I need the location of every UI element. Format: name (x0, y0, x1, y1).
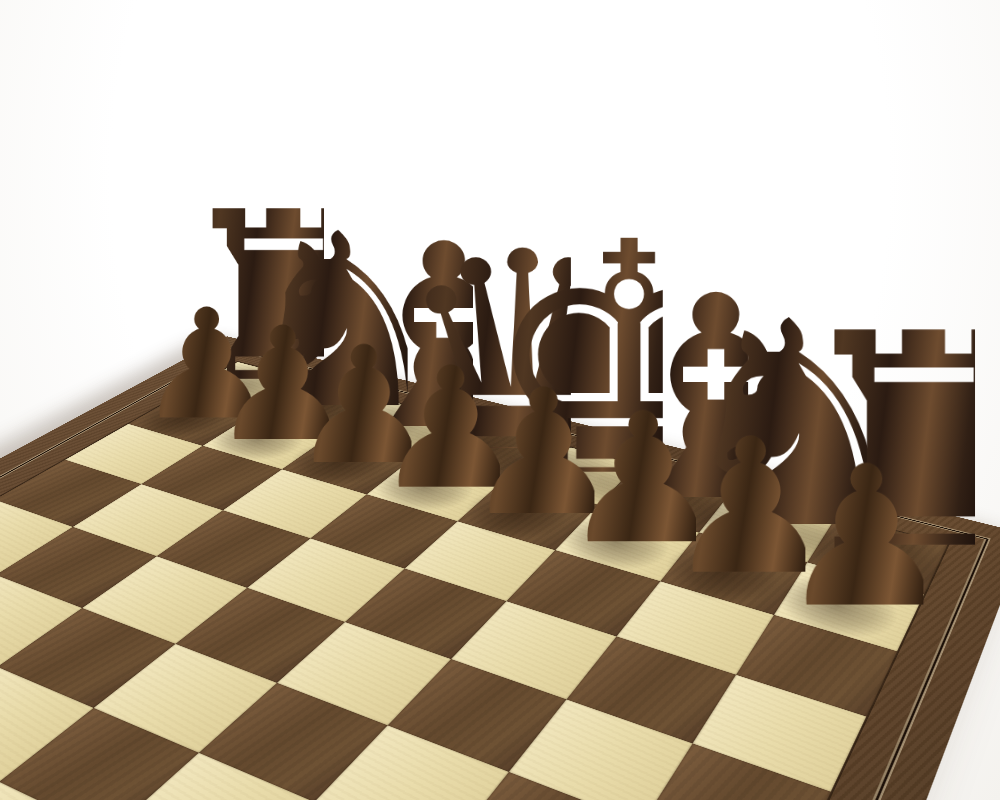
square-g5 (566, 636, 736, 743)
square-d1 (0, 782, 108, 800)
square-c3 (0, 608, 176, 708)
square-c2 (0, 667, 94, 782)
square-e3 (199, 683, 388, 800)
square-h5 (693, 675, 867, 792)
square-g3 (442, 772, 642, 800)
square-g4 (509, 699, 693, 800)
product-photo-stage: ♜♞♝♛♚♝♞♜♟♟♟♟♟♟♟♟ (0, 0, 1000, 800)
chess-board: ♜♞♝♛♚♝♞♜♟♟♟♟♟♟♟♟ (0, 336, 1000, 800)
square-h4 (642, 743, 831, 800)
square-f4 (388, 659, 567, 772)
square-f3 (314, 725, 508, 800)
square-e2 (108, 753, 314, 800)
square-d2 (0, 708, 199, 800)
square-e4 (277, 622, 451, 725)
square-d3 (94, 644, 277, 753)
